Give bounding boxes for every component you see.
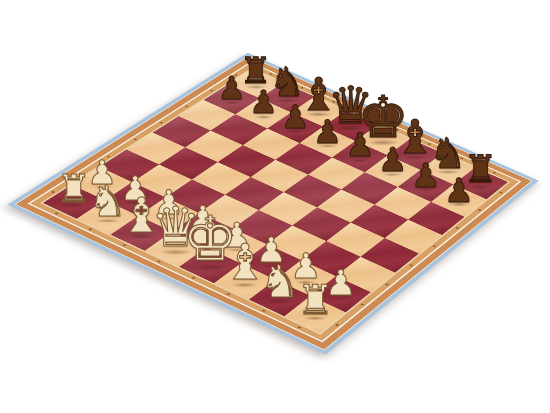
knight-glyph: ♞ xyxy=(260,259,300,304)
screw-dot xyxy=(361,303,365,305)
piece-black-pawn[interactable]: ♟ xyxy=(249,87,278,119)
screw-dot xyxy=(261,309,265,312)
piece-black-pawn[interactable]: ♟ xyxy=(444,173,474,206)
piece-black-pawn[interactable]: ♟ xyxy=(411,159,441,192)
screw-dot xyxy=(335,323,339,326)
pawn-glyph: ♟ xyxy=(313,115,342,147)
piece-black-pawn[interactable]: ♟ xyxy=(378,144,407,177)
piece-white-rook[interactable]: ♜ xyxy=(297,280,334,321)
screw-dot xyxy=(500,191,504,193)
screw-dot xyxy=(226,293,230,296)
pawn-glyph: ♟ xyxy=(218,73,246,105)
piece-black-pawn[interactable]: ♟ xyxy=(345,130,374,163)
pawn-glyph: ♟ xyxy=(345,130,374,163)
screw-dot xyxy=(385,283,389,285)
pawn-glyph: ♟ xyxy=(411,159,441,192)
screw-dot xyxy=(478,209,482,211)
screw-dot xyxy=(88,228,92,230)
chessboard-photo: ♜♞♟♝♟♛♟♚♟♝♟♞♟♜♟♟♟♟♜♟♞♟♝♟♛♟♚♟♝♟♞♜ xyxy=(0,0,550,413)
piece-black-pawn[interactable]: ♟ xyxy=(281,101,310,133)
piece-white-knight[interactable]: ♞ xyxy=(260,259,300,304)
rook-glyph: ♜ xyxy=(57,169,92,207)
rook-glyph: ♜ xyxy=(297,280,334,321)
piece-white-rook[interactable]: ♜ xyxy=(57,169,92,207)
screw-dot xyxy=(433,245,437,247)
pawn-glyph: ♟ xyxy=(249,87,278,119)
screw-dot xyxy=(54,212,58,214)
pawn-glyph: ♟ xyxy=(281,101,310,133)
screw-dot xyxy=(191,276,195,278)
screw-dot xyxy=(409,264,413,266)
pawn-glyph: ♟ xyxy=(378,144,407,177)
screw-dot xyxy=(122,244,126,246)
screw-dot xyxy=(297,326,301,329)
screw-dot xyxy=(456,227,460,229)
pawn-glyph: ♟ xyxy=(444,173,474,206)
piece-black-pawn[interactable]: ♟ xyxy=(313,115,342,147)
piece-black-pawn[interactable]: ♟ xyxy=(218,73,246,105)
screw-dot xyxy=(156,260,160,262)
